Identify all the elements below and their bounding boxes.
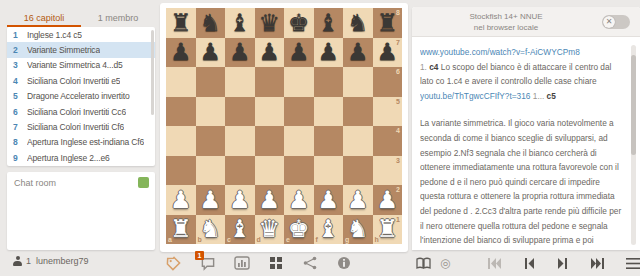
square-f8[interactable]: ♝ <box>314 8 344 38</box>
file-coordinate: f <box>316 236 318 243</box>
member-name[interactable]: lunemberg79 <box>36 256 89 266</box>
square-b3[interactable] <box>196 156 226 186</box>
square-g4[interactable] <box>343 126 373 156</box>
study-page: 16 capitoli 1 membro 1Inglese 1.c4 c52Va… <box>0 0 640 276</box>
square-h2[interactable]: ♟2 <box>373 185 403 215</box>
square-b5[interactable] <box>196 97 226 127</box>
chapter-item-4[interactable]: 4Siciliana Colori Invertiti e5 <box>7 73 155 88</box>
square-h5[interactable]: 5 <box>373 97 403 127</box>
file-coordinate: d <box>257 236 261 243</box>
square-b1[interactable]: ♞b <box>196 215 226 245</box>
square-e3[interactable] <box>284 156 314 186</box>
square-a1[interactable]: ♜a <box>166 215 196 245</box>
white-pawn[interactable]: ♟ <box>376 188 398 212</box>
black-pawn[interactable]: ♟ <box>317 40 339 64</box>
chapter-label: Dragone Accelerato invertito <box>27 91 130 101</box>
chapter-number: 6 <box>13 107 27 117</box>
rank-coordinate: 7 <box>396 39 400 46</box>
white-knight[interactable]: ♞ <box>199 217 221 241</box>
square-f6[interactable] <box>314 67 344 97</box>
square-c8[interactable]: ♝ <box>225 8 255 38</box>
first-move-icon[interactable] <box>488 258 502 269</box>
white-king[interactable]: ♚ <box>288 217 310 241</box>
tag-icon[interactable] <box>165 255 182 271</box>
menu-icon[interactable] <box>626 258 640 269</box>
black-pawn[interactable]: ♟ <box>170 40 192 64</box>
rank-coordinate: 2 <box>396 186 400 193</box>
square-d3[interactable] <box>255 156 285 186</box>
chapter-number: 3 <box>13 60 27 70</box>
engine-label: Stockfish 14+ NNUE nel browser locale <box>412 11 600 33</box>
black-pawn[interactable]: ♟ <box>258 40 280 64</box>
board-toolbar: 1 <box>165 254 405 272</box>
file-coordinate: b <box>198 236 202 243</box>
square-f5[interactable] <box>314 97 344 127</box>
panel-scrollbar-thumb[interactable] <box>631 55 636 155</box>
square-g8[interactable]: ♞ <box>343 8 373 38</box>
black-pawn[interactable]: ♟ <box>376 40 398 64</box>
move-number-2: 1... <box>533 91 545 101</box>
square-c6[interactable] <box>225 67 255 97</box>
square-h8[interactable]: ♜8 <box>373 8 403 38</box>
chapter-number: 1 <box>13 30 27 40</box>
chapter-comment-paragraph: La variante simmetrica. Il gioco varia n… <box>420 116 626 250</box>
chat-room[interactable]: Chat room <box>7 172 155 250</box>
square-a4[interactable] <box>166 126 196 156</box>
square-e4[interactable] <box>284 126 314 156</box>
square-a8[interactable]: ♜ <box>166 8 196 38</box>
share-icon[interactable] <box>301 255 318 271</box>
analysis-panel: Stockfish 14+ NNUE nel browser locale ✕ … <box>412 7 640 250</box>
square-g6[interactable] <box>343 67 373 97</box>
chapter-label: Apertura Inglese 2...e6 <box>27 153 110 163</box>
rank-coordinate: 5 <box>396 98 400 105</box>
chart-icon[interactable] <box>233 255 250 271</box>
chapters-scrollbar[interactable] <box>151 30 154 115</box>
grid-icon[interactable] <box>267 255 284 271</box>
white-bishop[interactable]: ♝ <box>317 217 339 241</box>
rank-coordinate: 6 <box>396 68 400 75</box>
move-c5[interactable]: c5 <box>547 91 556 101</box>
chapter-item-8[interactable]: 8Apertura Inglese est-indiana Cf6 <box>7 135 155 150</box>
square-g3[interactable] <box>343 156 373 186</box>
square-e5[interactable] <box>284 97 314 127</box>
comment-count-badge: 1 <box>195 251 204 260</box>
black-queen[interactable]: ♛ <box>258 11 280 35</box>
chat-title: Chat room <box>14 178 56 188</box>
white-pawn[interactable]: ♟ <box>288 188 310 212</box>
prev-move-icon[interactable] <box>525 258 535 269</box>
white-bishop[interactable]: ♝ <box>229 217 251 241</box>
square-f7[interactable]: ♟ <box>314 38 344 68</box>
square-b2[interactable]: ♟ <box>196 185 226 215</box>
square-f1[interactable]: ♝f <box>314 215 344 245</box>
chapter-label: Variante Simmetrica 4...d5 <box>27 60 123 70</box>
white-pawn[interactable]: ♟ <box>317 188 339 212</box>
presence-indicator-icon <box>138 177 149 188</box>
black-knight[interactable]: ♞ <box>347 11 369 35</box>
square-d6[interactable] <box>255 67 285 97</box>
engine-subtitle: nel browser locale <box>412 22 600 33</box>
rank-coordinate: 3 <box>396 157 400 164</box>
file-coordinate: h <box>375 236 379 243</box>
square-c5[interactable] <box>225 97 255 127</box>
chapter-number: 5 <box>13 91 27 101</box>
square-d2[interactable]: ♟ <box>255 185 285 215</box>
square-e8[interactable]: ♚ <box>284 8 314 38</box>
chapter-item-5[interactable]: 5Dragone Accelerato invertito <box>7 89 155 104</box>
chess-board[interactable]: ♜♞♝♛♚♝♞♜8♟♟♟♟♟♟♟♟76543♟♟♟♟♟♟♟♟2♜a♞b♝c♛d♚… <box>166 8 402 244</box>
square-d7[interactable]: ♟ <box>255 38 285 68</box>
white-pawn[interactable]: ♟ <box>170 188 192 212</box>
board-card: ♜♞♝♛♚♝♞♜8♟♟♟♟♟♟♟♟76543♟♟♟♟♟♟♟♟2♜a♞b♝c♛d♚… <box>160 3 408 252</box>
chapter-number: 9 <box>13 153 27 163</box>
sidebar-tabs: 16 capitoli 1 membro <box>7 9 155 27</box>
black-pawn[interactable]: ♟ <box>347 40 369 64</box>
file-coordinate: e <box>286 236 290 243</box>
engine-bar: Stockfish 14+ NNUE nel browser locale ✕ <box>412 7 640 37</box>
square-c1[interactable]: ♝c <box>225 215 255 245</box>
square-c7[interactable]: ♟ <box>225 38 255 68</box>
white-pawn[interactable]: ♟ <box>199 188 221 212</box>
next-move-icon[interactable] <box>557 258 567 269</box>
square-h4[interactable]: 4 <box>373 126 403 156</box>
square-a6[interactable] <box>166 67 196 97</box>
square-e1[interactable]: ♚e <box>284 215 314 245</box>
members-line: 1 lunemberg79 <box>13 255 89 267</box>
chapter-label: Inglese 1.c4 c5 <box>27 30 82 40</box>
square-b6[interactable] <box>196 67 226 97</box>
square-e6[interactable] <box>284 67 314 97</box>
square-e2[interactable]: ♟ <box>284 185 314 215</box>
tab-chapters[interactable]: 16 capitoli <box>7 9 81 27</box>
chapter-item-7[interactable]: 7Siciliana Colori Invertiti Cf6 <box>7 119 155 134</box>
square-d4[interactable] <box>255 126 285 156</box>
engine-name: Stockfish 14+ NNUE <box>412 11 600 22</box>
chapters-list: 1Inglese 1.c4 c52Variante Simmetrica3Var… <box>7 27 155 166</box>
square-c4[interactable] <box>225 126 255 156</box>
square-b8[interactable]: ♞ <box>196 8 226 38</box>
square-d8[interactable]: ♛ <box>255 8 285 38</box>
square-f4[interactable] <box>314 126 344 156</box>
chapter-label: Siciliana Colori Invertiti Cf6 <box>27 122 124 132</box>
white-knight[interactable]: ♞ <box>347 217 369 241</box>
white-pawn[interactable]: ♟ <box>229 188 251 212</box>
square-g2[interactable]: ♟ <box>343 185 373 215</box>
tab-members[interactable]: 1 membro <box>81 9 155 27</box>
square-b4[interactable] <box>196 126 226 156</box>
rank-coordinate: 4 <box>396 127 400 134</box>
chapter-item-1[interactable]: 1Inglese 1.c4 c5 <box>7 27 155 42</box>
chapter-number: 8 <box>13 137 27 147</box>
youtube-link-1[interactable]: www.youtube.com/watch?v=f-AiCWYCPm8 <box>420 47 580 57</box>
chapter-label: Apertura Inglese est-indiana Cf6 <box>27 137 144 147</box>
move-navigation <box>488 258 640 269</box>
square-b7[interactable]: ♟ <box>196 38 226 68</box>
white-pawn[interactable]: ♟ <box>258 188 280 212</box>
square-h7[interactable]: ♟7 <box>373 38 403 68</box>
square-c2[interactable]: ♟ <box>225 185 255 215</box>
chapter-number: 4 <box>13 76 27 86</box>
rank-coordinate: 8 <box>396 9 400 16</box>
square-h3[interactable]: 3 <box>373 156 403 186</box>
square-g5[interactable] <box>343 97 373 127</box>
white-pawn[interactable]: ♟ <box>347 188 369 212</box>
chapter-number: 2 <box>13 45 27 55</box>
info-icon[interactable] <box>335 255 352 271</box>
engine-toggle-knob: ✕ <box>603 16 615 28</box>
square-a7[interactable]: ♟ <box>166 38 196 68</box>
chapter-item-9[interactable]: 9Apertura Inglese 2...e6 <box>7 150 155 165</box>
black-pawn[interactable]: ♟ <box>229 40 251 64</box>
square-f3[interactable] <box>314 156 344 186</box>
square-f2[interactable]: ♟ <box>314 185 344 215</box>
square-a5[interactable] <box>166 97 196 127</box>
comment-1: Lo scopo del bianco è di attaccare il ce… <box>420 62 611 87</box>
square-h6[interactable]: 6 <box>373 67 403 97</box>
black-bishop[interactable]: ♝ <box>229 11 251 35</box>
rank-coordinate: 1 <box>396 216 400 223</box>
analysis-controls: ◎ <box>412 253 640 273</box>
chapter-item-2[interactable]: 2Variante Simmetrica <box>7 42 155 57</box>
square-d1[interactable]: ♛d <box>255 215 285 245</box>
book-icon[interactable] <box>416 257 431 270</box>
square-a3[interactable] <box>166 156 196 186</box>
square-a2[interactable]: ♟ <box>166 185 196 215</box>
white-queen[interactable]: ♛ <box>258 217 280 241</box>
comment-bubble-icon[interactable]: 1 <box>199 255 216 271</box>
file-coordinate: c <box>227 236 231 243</box>
black-knight[interactable]: ♞ <box>199 11 221 35</box>
square-c3[interactable] <box>225 156 255 186</box>
move-number: 1. <box>420 62 427 72</box>
square-e7[interactable]: ♟ <box>284 38 314 68</box>
square-h1[interactable]: ♜1h <box>373 215 403 245</box>
record-icon[interactable]: ◎ <box>440 257 450 269</box>
white-rook[interactable]: ♜ <box>376 217 398 241</box>
engine-toggle[interactable]: ✕ <box>602 15 630 29</box>
youtube-link-2[interactable]: youtu.be/ThTgwcCFIfY?t=316 <box>420 91 530 101</box>
last-move-icon[interactable] <box>590 258 604 269</box>
chapter-label: Siciliana Colori Invertiti Cc6 <box>27 107 126 117</box>
chapter-item-3[interactable]: 3Variante Simmetrica 4...d5 <box>7 58 155 73</box>
square-g7[interactable]: ♟ <box>343 38 373 68</box>
black-bishop[interactable]: ♝ <box>317 11 339 35</box>
move-c4[interactable]: c4 <box>429 62 438 72</box>
chapter-number: 7 <box>13 122 27 132</box>
chapter-label: Siciliana Colori Invertiti e5 <box>27 76 120 86</box>
black-pawn[interactable]: ♟ <box>288 40 310 64</box>
black-king[interactable]: ♚ <box>288 11 310 35</box>
black-rook[interactable]: ♜ <box>376 11 398 35</box>
chapter-item-6[interactable]: 6Siciliana Colori Invertiti Cc6 <box>7 104 155 119</box>
member-icon <box>13 256 22 266</box>
square-g1[interactable]: ♞g <box>343 215 373 245</box>
member-count: 1 <box>26 256 31 266</box>
white-rook[interactable]: ♜ <box>170 217 192 241</box>
square-d5[interactable] <box>255 97 285 127</box>
file-coordinate: a <box>168 236 172 243</box>
black-pawn[interactable]: ♟ <box>199 40 221 64</box>
move-comment-block: www.youtube.com/watch?v=f-AiCWYCPm8 1. c… <box>420 45 626 103</box>
analysis-text: www.youtube.com/watch?v=f-AiCWYCPm8 1. c… <box>420 45 626 250</box>
chapter-label: Variante Simmetrica <box>27 45 100 55</box>
black-rook[interactable]: ♜ <box>170 11 192 35</box>
file-coordinate: g <box>345 236 349 243</box>
